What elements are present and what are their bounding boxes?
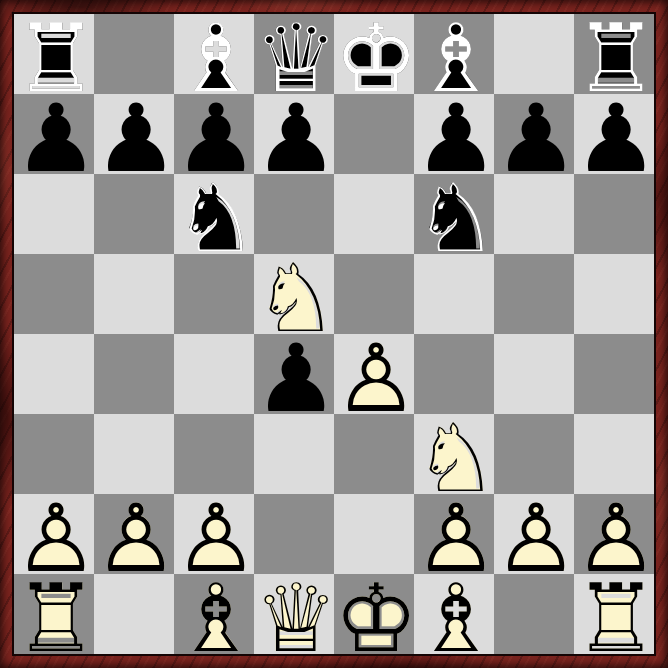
square-d6[interactable] — [254, 174, 334, 254]
black-king-outline-glyph: ♔ — [334, 12, 418, 106]
black-rook[interactable]: ♜♖ — [574, 14, 654, 94]
square-g6[interactable] — [494, 174, 574, 254]
white-pawn-outline-glyph: ♙ — [94, 492, 178, 586]
square-g8[interactable] — [494, 14, 574, 94]
square-d1[interactable]: ♛♕ — [254, 574, 334, 654]
white-queen[interactable]: ♛♕ — [254, 574, 334, 654]
white-king-outline-glyph: ♔ — [334, 572, 418, 666]
square-d8[interactable]: ♛♕ — [254, 14, 334, 94]
white-pawn[interactable]: ♟♙ — [494, 494, 574, 574]
square-c6[interactable]: ♞♘ — [174, 174, 254, 254]
square-h3[interactable] — [574, 414, 654, 494]
white-rook[interactable]: ♜♖ — [574, 574, 654, 654]
square-f1[interactable]: ♝♗ — [414, 574, 494, 654]
white-pawn-outline-glyph: ♙ — [494, 492, 578, 586]
marble-border: ♜♖♝♗♛♕♚♔♝♗♜♖♟♟♟♟♟♟♟♞♘♞♘♞♘♟♟♙♞♘♟♙♟♙♟♙♟♙♟♙… — [0, 0, 668, 668]
white-queen-outline-glyph: ♕ — [254, 572, 338, 666]
black-pawn-fill-glyph: ♟ — [494, 92, 578, 186]
square-a6[interactable] — [14, 174, 94, 254]
square-h5[interactable] — [574, 254, 654, 334]
white-pawn[interactable]: ♟♙ — [334, 334, 414, 414]
square-e2[interactable] — [334, 494, 414, 574]
square-d4[interactable]: ♟ — [254, 334, 334, 414]
white-pawn-outline-glyph: ♙ — [334, 332, 418, 426]
square-b5[interactable] — [94, 254, 174, 334]
square-g1[interactable] — [494, 574, 574, 654]
square-f8[interactable]: ♝♗ — [414, 14, 494, 94]
square-c5[interactable] — [174, 254, 254, 334]
square-h8[interactable]: ♜♖ — [574, 14, 654, 94]
white-pawn[interactable]: ♟♙ — [14, 494, 94, 574]
square-c4[interactable] — [174, 334, 254, 414]
square-b8[interactable] — [94, 14, 174, 94]
square-e7[interactable] — [334, 94, 414, 174]
square-d2[interactable] — [254, 494, 334, 574]
black-pawn[interactable]: ♟ — [14, 94, 94, 174]
square-a7[interactable]: ♟ — [14, 94, 94, 174]
chess-board: ♜♖♝♗♛♕♚♔♝♗♜♖♟♟♟♟♟♟♟♞♘♞♘♞♘♟♟♙♞♘♟♙♟♙♟♙♟♙♟♙… — [12, 12, 656, 656]
white-rook-outline-glyph: ♖ — [574, 572, 658, 666]
black-pawn[interactable]: ♟ — [174, 94, 254, 174]
black-bishop[interactable]: ♝♗ — [414, 14, 494, 94]
black-pawn-fill-glyph: ♟ — [14, 92, 98, 186]
white-pawn[interactable]: ♟♙ — [174, 494, 254, 574]
square-c7[interactable]: ♟ — [174, 94, 254, 174]
square-e1[interactable]: ♚♔ — [334, 574, 414, 654]
square-a4[interactable] — [14, 334, 94, 414]
black-knight[interactable]: ♞♘ — [174, 174, 254, 254]
square-e8[interactable]: ♚♔ — [334, 14, 414, 94]
square-a2[interactable]: ♟♙ — [14, 494, 94, 574]
white-bishop-outline-glyph: ♗ — [414, 572, 498, 666]
square-d7[interactable]: ♟ — [254, 94, 334, 174]
square-g2[interactable]: ♟♙ — [494, 494, 574, 574]
square-a1[interactable]: ♜♖ — [14, 574, 94, 654]
square-e3[interactable] — [334, 414, 414, 494]
square-g7[interactable]: ♟ — [494, 94, 574, 174]
black-knight-outline-glyph: ♘ — [414, 172, 498, 266]
white-rook[interactable]: ♜♖ — [14, 574, 94, 654]
square-h7[interactable]: ♟ — [574, 94, 654, 174]
square-e6[interactable] — [334, 174, 414, 254]
black-bishop[interactable]: ♝♗ — [174, 14, 254, 94]
square-a3[interactable] — [14, 414, 94, 494]
square-h6[interactable] — [574, 174, 654, 254]
black-pawn[interactable]: ♟ — [494, 94, 574, 174]
white-bishop[interactable]: ♝♗ — [174, 574, 254, 654]
square-b3[interactable] — [94, 414, 174, 494]
square-h1[interactable]: ♜♖ — [574, 574, 654, 654]
square-a8[interactable]: ♜♖ — [14, 14, 94, 94]
black-pawn-fill-glyph: ♟ — [94, 92, 178, 186]
square-e5[interactable] — [334, 254, 414, 334]
square-e4[interactable]: ♟♙ — [334, 334, 414, 414]
square-d3[interactable] — [254, 414, 334, 494]
black-pawn[interactable]: ♟ — [254, 94, 334, 174]
white-king[interactable]: ♚♔ — [334, 574, 414, 654]
black-pawn[interactable]: ♟ — [254, 334, 334, 414]
black-rook[interactable]: ♜♖ — [14, 14, 94, 94]
square-c8[interactable]: ♝♗ — [174, 14, 254, 94]
square-a5[interactable] — [14, 254, 94, 334]
black-pawn-fill-glyph: ♟ — [574, 92, 658, 186]
square-h4[interactable] — [574, 334, 654, 414]
square-c1[interactable]: ♝♗ — [174, 574, 254, 654]
white-rook-outline-glyph: ♖ — [14, 572, 98, 666]
square-g3[interactable] — [494, 414, 574, 494]
black-king[interactable]: ♚♔ — [334, 14, 414, 94]
square-f7[interactable]: ♟ — [414, 94, 494, 174]
square-f3[interactable]: ♞♘ — [414, 414, 494, 494]
white-bishop-outline-glyph: ♗ — [174, 572, 258, 666]
white-pawn[interactable]: ♟♙ — [94, 494, 174, 574]
square-f6[interactable]: ♞♘ — [414, 174, 494, 254]
square-g4[interactable] — [494, 334, 574, 414]
white-pawn[interactable]: ♟♙ — [414, 494, 494, 574]
square-f2[interactable]: ♟♙ — [414, 494, 494, 574]
black-knight-outline-glyph: ♘ — [174, 172, 258, 266]
white-bishop[interactable]: ♝♗ — [414, 574, 494, 654]
square-b4[interactable] — [94, 334, 174, 414]
square-c3[interactable] — [174, 414, 254, 494]
black-pawn[interactable]: ♟ — [574, 94, 654, 174]
square-f5[interactable] — [414, 254, 494, 334]
square-c2[interactable]: ♟♙ — [174, 494, 254, 574]
square-b2[interactable]: ♟♙ — [94, 494, 174, 574]
black-pawn[interactable]: ♟ — [94, 94, 174, 174]
square-f4[interactable] — [414, 334, 494, 414]
black-queen[interactable]: ♛♕ — [254, 14, 334, 94]
white-knight[interactable]: ♞♘ — [414, 414, 494, 494]
white-knight[interactable]: ♞♘ — [254, 254, 334, 334]
square-b6[interactable] — [94, 174, 174, 254]
white-pawn[interactable]: ♟♙ — [574, 494, 654, 574]
square-h2[interactable]: ♟♙ — [574, 494, 654, 574]
black-pawn[interactable]: ♟ — [414, 94, 494, 174]
square-b1[interactable] — [94, 574, 174, 654]
black-knight[interactable]: ♞♘ — [414, 174, 494, 254]
square-b7[interactable]: ♟ — [94, 94, 174, 174]
black-pawn-fill-glyph: ♟ — [254, 92, 338, 186]
square-g5[interactable] — [494, 254, 574, 334]
black-pawn-fill-glyph: ♟ — [254, 332, 338, 426]
square-d5[interactable]: ♞♘ — [254, 254, 334, 334]
